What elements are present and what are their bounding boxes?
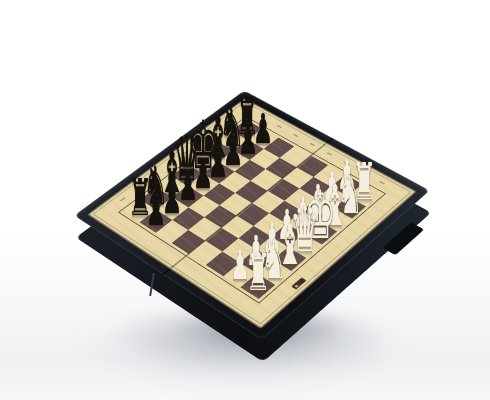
rank-mark — [326, 152, 332, 155]
latch-notch — [382, 222, 424, 255]
file-mark — [183, 150, 188, 154]
rank-mark — [309, 143, 315, 146]
product-photo: ♜♟♞♟♝♟♚♟♛♟♟♝♜♟♟♞♞♟♟♜♝♟♟♚♟♛♟♝♟♞♟♜ — [0, 0, 490, 400]
rank-mark — [276, 125, 281, 128]
file-mark — [152, 174, 158, 178]
rank-mark — [361, 171, 367, 175]
file-mark — [136, 186, 142, 190]
rank-mark — [260, 116, 265, 119]
file-mark — [213, 128, 218, 132]
file-mark — [119, 198, 125, 202]
rank-mark — [343, 161, 349, 165]
rank-mark — [379, 181, 385, 185]
brand-logo — [291, 277, 306, 289]
file-mark — [168, 162, 173, 166]
file-mark — [228, 117, 233, 121]
chess-set — [118, 69, 387, 338]
rank-mark — [293, 134, 299, 137]
file-mark — [198, 139, 203, 143]
